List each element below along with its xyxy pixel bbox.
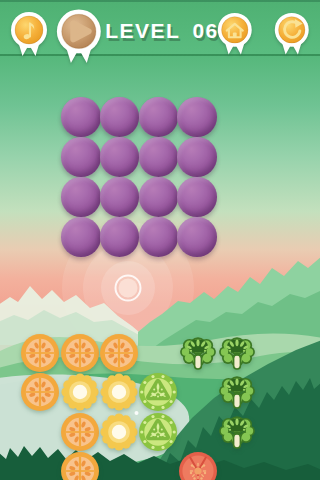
tile-orange-slice[interactable] bbox=[99, 333, 139, 373]
tile-broccoli[interactable] bbox=[178, 333, 218, 373]
tile-orange-slice[interactable] bbox=[20, 333, 60, 373]
tile-broccoli[interactable] bbox=[217, 412, 257, 452]
tile-orange-slice[interactable] bbox=[60, 412, 100, 452]
tile-lime-slice[interactable] bbox=[138, 372, 178, 412]
game-screen: LEVEL 06 bbox=[0, 0, 320, 480]
tile-orange-slice[interactable] bbox=[20, 372, 60, 412]
bottom-board bbox=[0, 0, 320, 480]
tile-orange-slice[interactable] bbox=[60, 333, 100, 373]
tile-pineapple-flower[interactable] bbox=[60, 372, 100, 412]
tile-grapefruit[interactable] bbox=[178, 451, 218, 480]
tile-lime-slice[interactable] bbox=[138, 412, 178, 452]
tile-orange-slice[interactable] bbox=[60, 451, 100, 480]
tile-pineapple-flower[interactable] bbox=[99, 412, 139, 452]
tile-broccoli[interactable] bbox=[217, 372, 257, 412]
tile-broccoli[interactable] bbox=[217, 333, 257, 373]
tile-pineapple-flower[interactable] bbox=[99, 372, 139, 412]
